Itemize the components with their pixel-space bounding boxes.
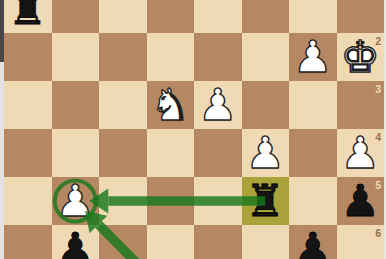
- square-g2[interactable]: [52, 33, 100, 81]
- square-g1[interactable]: [52, 0, 100, 33]
- piece-white-knight[interactable]: ♞: [147, 81, 195, 129]
- square-d4[interactable]: [194, 129, 242, 177]
- square-f2[interactable]: [99, 33, 147, 81]
- square-e5[interactable]: [147, 177, 195, 225]
- square-d6[interactable]: [194, 225, 242, 259]
- square-e4[interactable]: [147, 129, 195, 177]
- square-b1[interactable]: [289, 0, 337, 33]
- square-a1[interactable]: 1: [337, 0, 385, 33]
- piece-white-pawn[interactable]: ♟: [242, 129, 290, 177]
- piece-black-pawn[interactable]: ♟: [289, 225, 337, 259]
- square-c2[interactable]: [242, 33, 290, 81]
- piece-black-pawn[interactable]: ♟: [52, 225, 100, 259]
- piece-black-rook[interactable]: ♜: [242, 177, 290, 225]
- square-h5[interactable]: [4, 177, 52, 225]
- square-d5[interactable]: [194, 177, 242, 225]
- piece-white-pawn[interactable]: ♟: [289, 33, 337, 81]
- board: ♜1♟2♚♞♟3♟4♟♟♜5♟♟♟6: [4, 0, 384, 259]
- square-a5[interactable]: 5♟: [337, 177, 385, 225]
- square-d2[interactable]: [194, 33, 242, 81]
- square-c5[interactable]: ♜: [242, 177, 290, 225]
- square-h1[interactable]: ♜: [4, 0, 52, 33]
- square-c4[interactable]: ♟: [242, 129, 290, 177]
- piece-white-pawn[interactable]: ♟: [337, 129, 385, 177]
- square-c6[interactable]: [242, 225, 290, 259]
- square-g5[interactable]: ♟: [52, 177, 100, 225]
- square-b3[interactable]: [289, 81, 337, 129]
- piece-white-king[interactable]: ♚: [337, 33, 385, 81]
- square-c1[interactable]: [242, 0, 290, 33]
- square-c3[interactable]: [242, 81, 290, 129]
- rank-label-6: 6: [375, 227, 381, 239]
- square-d1[interactable]: [194, 0, 242, 33]
- square-b2[interactable]: ♟: [289, 33, 337, 81]
- square-h4[interactable]: [4, 129, 52, 177]
- window-edge-left-dark: [0, 0, 4, 62]
- square-a3[interactable]: 3: [337, 81, 385, 129]
- square-g3[interactable]: [52, 81, 100, 129]
- square-f3[interactable]: [99, 81, 147, 129]
- square-f5[interactable]: [99, 177, 147, 225]
- square-b4[interactable]: [289, 129, 337, 177]
- square-a6[interactable]: 6: [337, 225, 385, 259]
- square-a4[interactable]: 4♟: [337, 129, 385, 177]
- square-a2[interactable]: 2♚: [337, 33, 385, 81]
- square-f1[interactable]: [99, 0, 147, 33]
- square-f4[interactable]: [99, 129, 147, 177]
- square-g6[interactable]: ♟: [52, 225, 100, 259]
- piece-black-rook[interactable]: ♜: [4, 0, 52, 33]
- square-b6[interactable]: ♟: [289, 225, 337, 259]
- square-b5[interactable]: [289, 177, 337, 225]
- piece-black-pawn[interactable]: ♟: [337, 177, 385, 225]
- square-h2[interactable]: [4, 33, 52, 81]
- square-h3[interactable]: [4, 81, 52, 129]
- square-g4[interactable]: [52, 129, 100, 177]
- square-e2[interactable]: [147, 33, 195, 81]
- window-edge-left: [0, 0, 4, 259]
- square-h6[interactable]: [4, 225, 52, 259]
- chess-board-viewport: ♜1♟2♚♞♟3♟4♟♟♜5♟♟♟6: [0, 0, 386, 259]
- square-e1[interactable]: [147, 0, 195, 33]
- piece-white-pawn[interactable]: ♟: [194, 81, 242, 129]
- piece-white-pawn[interactable]: ♟: [52, 177, 100, 225]
- square-d3[interactable]: ♟: [194, 81, 242, 129]
- square-f6[interactable]: [99, 225, 147, 259]
- rank-label-3: 3: [375, 83, 381, 95]
- square-e3[interactable]: ♞: [147, 81, 195, 129]
- square-e6[interactable]: [147, 225, 195, 259]
